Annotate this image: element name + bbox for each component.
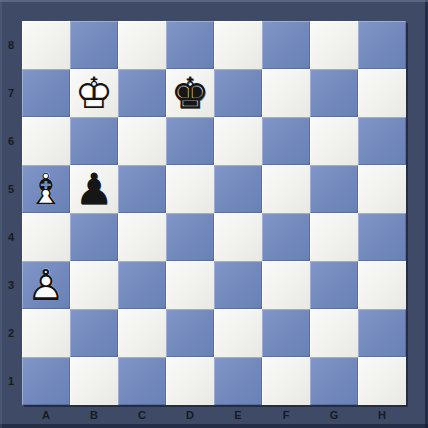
square-c4[interactable] [118,213,166,261]
square-h2[interactable] [358,309,406,357]
square-h3[interactable] [358,261,406,309]
square-d7[interactable]: ♚ [166,69,214,117]
square-c2[interactable] [118,309,166,357]
square-d8[interactable] [166,21,214,69]
square-e8[interactable] [214,21,262,69]
square-h1[interactable] [358,357,406,405]
square-g5[interactable] [310,165,358,213]
rank-label-7: 7 [0,69,22,117]
file-label-h: H [358,405,406,428]
square-h7[interactable] [358,69,406,117]
square-h5[interactable] [358,165,406,213]
square-f4[interactable] [262,213,310,261]
white-king: ♚♔ [70,69,118,117]
square-f1[interactable] [262,357,310,405]
square-g2[interactable] [310,309,358,357]
square-d3[interactable] [166,261,214,309]
rank-label-8: 8 [0,21,22,69]
rank-label-4: 4 [0,213,22,261]
square-d6[interactable] [166,117,214,165]
white-king-glyph: ♔ [75,72,114,115]
rank-label-6: 6 [0,117,22,165]
square-b6[interactable] [70,117,118,165]
square-f8[interactable] [262,21,310,69]
square-a4[interactable] [22,213,70,261]
square-f6[interactable] [262,117,310,165]
square-b3[interactable] [70,261,118,309]
square-b2[interactable] [70,309,118,357]
square-b4[interactable] [70,213,118,261]
square-g7[interactable] [310,69,358,117]
file-labels: ABCDEFGH [22,405,406,428]
square-h6[interactable] [358,117,406,165]
chessboard: ♚♔♚♝♗♟♟♙ [22,21,406,405]
square-e6[interactable] [214,117,262,165]
file-label-d: D [166,405,214,428]
square-c5[interactable] [118,165,166,213]
white-pawn: ♟♙ [22,261,70,309]
square-e5[interactable] [214,165,262,213]
black-king: ♚ [166,69,214,117]
square-b5[interactable]: ♟ [70,165,118,213]
square-f2[interactable] [262,309,310,357]
square-b7[interactable]: ♚♔ [70,69,118,117]
rank-labels: 87654321 [0,21,22,405]
square-g1[interactable] [310,357,358,405]
square-a3[interactable]: ♟♙ [22,261,70,309]
square-d2[interactable] [166,309,214,357]
rank-label-2: 2 [0,309,22,357]
square-g8[interactable] [310,21,358,69]
square-f7[interactable] [262,69,310,117]
square-e3[interactable] [214,261,262,309]
square-a8[interactable] [22,21,70,69]
black-pawn-glyph: ♟ [75,168,114,211]
square-a6[interactable] [22,117,70,165]
file-label-g: G [310,405,358,428]
square-d4[interactable] [166,213,214,261]
white-pawn-glyph: ♙ [27,264,66,307]
square-b8[interactable] [70,21,118,69]
square-h4[interactable] [358,213,406,261]
square-c6[interactable] [118,117,166,165]
square-c3[interactable] [118,261,166,309]
rank-label-1: 1 [0,357,22,405]
square-a7[interactable] [22,69,70,117]
square-a5[interactable]: ♝♗ [22,165,70,213]
file-label-b: B [70,405,118,428]
square-c7[interactable] [118,69,166,117]
file-label-a: A [22,405,70,428]
square-b1[interactable] [70,357,118,405]
rank-label-3: 3 [0,261,22,309]
black-king-glyph: ♚ [171,72,210,115]
chessboard-frame: 87654321 ABCDEFGH ♚♔♚♝♗♟♟♙ [0,0,428,428]
square-g6[interactable] [310,117,358,165]
square-e4[interactable] [214,213,262,261]
square-h8[interactable] [358,21,406,69]
square-d1[interactable] [166,357,214,405]
square-e7[interactable] [214,69,262,117]
square-c8[interactable] [118,21,166,69]
square-e1[interactable] [214,357,262,405]
square-g3[interactable] [310,261,358,309]
black-pawn: ♟ [70,165,118,213]
square-a2[interactable] [22,309,70,357]
square-f5[interactable] [262,165,310,213]
square-a1[interactable] [22,357,70,405]
rank-label-5: 5 [0,165,22,213]
square-g4[interactable] [310,213,358,261]
white-bishop: ♝♗ [22,165,70,213]
square-e2[interactable] [214,309,262,357]
file-label-e: E [214,405,262,428]
file-label-f: F [262,405,310,428]
square-c1[interactable] [118,357,166,405]
white-bishop-glyph: ♗ [27,168,66,211]
square-d5[interactable] [166,165,214,213]
square-f3[interactable] [262,261,310,309]
file-label-c: C [118,405,166,428]
